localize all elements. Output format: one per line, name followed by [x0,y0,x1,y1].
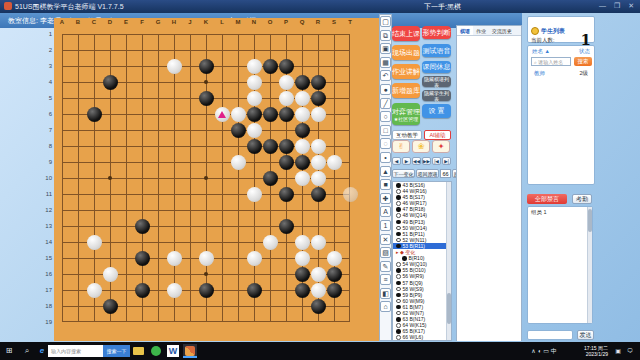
row-label: 17 [40,287,52,293]
explorer-icon[interactable] [133,347,144,355]
row-label: 6 [40,111,52,117]
nav-button-5[interactable]: ▶| [442,157,451,165]
row-label: 18 [40,303,52,309]
star-point [108,176,112,180]
triangle-mark-icon[interactable]: ▲ [380,166,391,177]
app-window: 51US围棋教学平台老师端 V1.7.7.5 下一手:黑棋 — ❒ ✕ 教室信息… [0,0,640,360]
white-stone-Q10[interactable] [295,171,310,186]
half-board-icon[interactable]: ◧ [380,288,391,299]
ghost-stone-T11[interactable] [343,187,358,202]
student-name: 教师 [534,70,545,76]
black-stone-O3[interactable] [263,59,278,74]
white-stone-Q8[interactable] [295,139,310,154]
button-设 置[interactable]: 设 置 [422,104,451,118]
column-status[interactable]: 状态 [579,48,590,55]
student-search-button[interactable]: 搜索 [574,57,592,66]
black-stone-P8[interactable] [279,139,294,154]
row-label: 10 [40,175,52,181]
black-stone-P13[interactable] [279,219,294,234]
circle-tool-icon[interactable]: ○ [380,111,391,122]
white-stone-R14[interactable] [311,235,326,250]
nav-button-0[interactable]: ◀ [392,157,401,165]
tray-board-icon[interactable]: ▣ [612,342,624,360]
student-table: 姓名 ▲ 状态 ⌕ 请输入姓名 搜索 教师 2级 [527,45,595,185]
home-icon[interactable]: ⌂ [380,301,391,312]
white-stone-Q6[interactable] [295,107,310,122]
column-label: N [248,19,260,25]
star-point [204,272,208,276]
nav-button-1[interactable]: ▶ [402,157,411,165]
white-stone-H3[interactable] [167,59,182,74]
black-stone-F15[interactable] [135,251,150,266]
pen-icon[interactable]: ✎ [380,261,391,272]
row-label: 15 [40,255,52,261]
black-stone-R4[interactable] [311,75,326,90]
black-stone-K17[interactable] [199,283,214,298]
move-number-input[interactable]: 66 [440,169,451,178]
white-stone-R16[interactable] [311,267,326,282]
white-stone-R17[interactable] [311,283,326,298]
group-list[interactable]: 组员 1 [527,206,593,324]
black-stone-Q7[interactable] [295,123,310,138]
copy-board-icon[interactable]: ▣ [380,43,391,54]
column-label: K [200,19,212,25]
chat-input[interactable] [527,330,573,340]
mascot-icon [531,27,539,35]
button-现场出题[interactable]: 现场出题 [392,45,420,60]
undo-icon[interactable]: ↶ [380,70,391,81]
column-name[interactable]: 姓名 ▲ [532,48,550,54]
send-button[interactable]: 发送 [577,330,594,340]
next-variation-button[interactable]: 下一变化 [392,169,415,178]
white-stone-C14[interactable] [87,235,102,250]
button-测试语音[interactable]: 测试语音 [422,44,451,57]
save-icon[interactable]: ▦ [380,57,391,68]
column-label: B [72,19,84,25]
go-app-icon[interactable] [183,344,197,358]
black-stone-P3[interactable] [279,59,294,74]
button-对弈管理[interactable]: 对弈管理★社区管理 [392,103,420,125]
record-panel-body [457,36,521,341]
black-stone-Q16[interactable] [295,267,310,282]
black-stone-O10[interactable] [263,171,278,186]
white-stone-N7[interactable] [247,123,262,138]
black-stone-F17[interactable] [135,283,150,298]
group-list-item[interactable]: 组员 1 [528,207,592,218]
delete-mark-icon[interactable]: ✕ [380,234,391,245]
dot-mark-icon[interactable]: • [380,152,391,163]
start-button[interactable]: ⊞ [2,342,16,360]
black-stone-Q4[interactable] [295,75,310,90]
column-label: E [120,19,132,25]
drawing-toolbar: ▢⧉▣▦↶●╱○□◌•▲■✚A1✕▨✎≡◧⌂ [379,14,392,341]
black-stone-P11[interactable] [279,187,294,202]
notification-icon[interactable]: 🗨 [624,342,636,360]
column-label: H [168,19,180,25]
column-label: D [104,19,116,25]
white-stone-N3[interactable] [247,59,262,74]
white-stone-N4[interactable] [247,75,262,90]
move-list-item[interactable]: 66 W(L6) [393,334,451,340]
title-bar: 51US围棋教学平台老师端 V1.7.7.5 [0,0,640,13]
white-stone-N15[interactable] [247,251,262,266]
black-stone-S16[interactable] [327,267,342,282]
row-label: 11 [40,191,52,197]
next-move-indicator: 下一手:黑棋 [424,0,461,13]
reward-icon[interactable]: ✦ [432,140,450,153]
nav-button-4[interactable]: |◀ [432,157,441,165]
black-stone-N6[interactable] [247,107,262,122]
button-隐藏学生列表[interactable]: 隐藏学生列表 [422,90,451,101]
column-label: O [264,19,276,25]
black-stone-P6[interactable] [279,107,294,122]
black-stone-Q17[interactable] [295,283,310,298]
row-label: 7 [40,127,52,133]
return-original-button[interactable]: 退回原谱 [416,169,439,178]
edge-icon[interactable]: e [36,342,48,360]
row-label: 8 [40,143,52,149]
column-label: F [136,19,148,25]
window-title: 51US围棋教学平台老师端 V1.7.7.5 [15,3,124,10]
row-label: 13 [40,223,52,229]
number-mark-icon[interactable]: 1 [380,220,391,231]
white-stone-M9[interactable] [231,155,246,170]
button-新增题库[interactable]: 新增题库 [392,83,420,98]
student-search-input[interactable]: ⌕ 请输入姓名 [531,57,571,66]
black-stone-N17[interactable] [247,283,262,298]
black-stone-N8[interactable] [247,139,262,154]
row-label: 4 [40,79,52,85]
button-作业讲解[interactable]: 作业讲解 [392,64,420,79]
white-stone-R9[interactable] [311,155,326,170]
black-stone-S17[interactable] [327,283,342,298]
white-stone-K15[interactable] [199,251,214,266]
open-file-icon[interactable]: ⧉ [380,30,391,41]
wps-icon[interactable]: W [167,345,179,357]
student-count-label: 当前人数: [531,37,555,43]
taskbar-search-button[interactable]: 搜索一下 [103,345,130,357]
tab-interactive-teaching[interactable]: 互动教学 [392,130,422,140]
row-label: 2 [40,47,52,53]
mute-all-button[interactable]: 全部禁言 [527,194,567,204]
black-stone-R18[interactable] [311,299,326,314]
black-stone-K5[interactable] [199,91,214,106]
column-label: J [184,19,196,25]
white-stone-P4[interactable] [279,75,294,90]
clap-icon[interactable]: ✌ [392,140,410,153]
row-label: 16 [40,271,52,277]
tab-ai-assist[interactable]: AI辅助 [424,130,451,140]
nav-button-3[interactable]: ▶▶ [422,157,431,165]
line-tool-icon[interactable]: ╱ [380,98,391,109]
column-label: M [232,19,244,25]
white-stone-O14[interactable] [263,235,278,250]
black-stone-K3[interactable] [199,59,214,74]
column-label: P [280,19,292,25]
column-label: R [312,19,324,25]
column-label: A [56,19,68,25]
white-stone-R8[interactable] [311,139,326,154]
black-stone-Q9[interactable] [295,155,310,170]
record-tab-作业[interactable]: 作业 [473,26,489,35]
stone-tool-icon[interactable]: ● [380,84,391,95]
button-形势判断[interactable]: 形势判断 [422,26,451,39]
white-stone-D16[interactable] [103,267,118,282]
letter-mark-icon[interactable]: A [380,206,391,217]
attendance-button[interactable]: 考勤 [572,194,592,204]
taskbar-search-input[interactable]: 输入内容搜索 [48,345,103,357]
black-stone-O8[interactable] [263,139,278,154]
white-stone-N11[interactable] [247,187,262,202]
black-stone-C6[interactable] [87,107,102,122]
black-stone-P9[interactable] [279,155,294,170]
app-logo-icon [4,2,12,10]
row-label: 3 [40,63,52,69]
white-stone-R10[interactable] [311,171,326,186]
black-stone-F13[interactable] [135,219,150,234]
column-label: C [88,19,100,25]
student-status: 2级 [579,70,588,77]
window-controls[interactable]: — ❒ ✕ [599,2,637,10]
record-tab-棋谱[interactable]: 棋谱 [457,26,473,35]
white-stone-Q15[interactable] [295,251,310,266]
taskbar: ⊞ ⌕ e 输入内容搜索 搜索一下 W ∧◖▭中 17:15 周二2023/1/… [0,342,640,360]
row-label: 14 [40,239,52,245]
white-stone-S15[interactable] [327,251,342,266]
thumbs-up-icon[interactable]: ❀ [412,140,430,153]
move-list-scrollbar[interactable] [446,182,451,340]
square-tool-icon[interactable]: □ [380,125,391,136]
button-结束上课[interactable]: 结束上课 [392,26,420,41]
nav-button-2[interactable]: ◀◀ [412,157,421,165]
black-stone-R5[interactable] [311,91,326,106]
cross-mark-icon[interactable]: ✚ [380,193,391,204]
white-stone-M6[interactable] [231,107,246,122]
column-label: T [344,19,356,25]
column-label: Q [296,19,308,25]
white-stone-Q5[interactable] [295,91,310,106]
student-row[interactable]: 教师 2级 [528,67,594,80]
last-move-marker [218,111,226,118]
column-label: L [216,19,228,25]
white-stone-S9[interactable] [327,155,342,170]
new-board-icon[interactable]: ▢ [380,16,391,27]
menu-icon[interactable]: ≡ [380,274,391,285]
star-point [204,176,208,180]
student-list-title: 学生列表 [541,28,565,34]
white-stone-H15[interactable] [167,251,182,266]
eraser-icon[interactable]: ▨ [380,247,391,258]
row-label: 1 [40,31,52,37]
taskbar-clock[interactable]: 17:15 周二2023/1/29 [572,345,608,357]
square-mark-icon[interactable]: ■ [380,179,391,190]
white-stone-C17[interactable] [87,283,102,298]
white-stone-Q14[interactable] [295,235,310,250]
row-label: 9 [40,159,52,165]
white-stone-P5[interactable] [279,91,294,106]
ellipse-tool-icon[interactable]: ◌ [380,138,391,149]
student-panel-header: 学生列表 当前人数: 1 [527,16,595,43]
column-label: G [152,19,164,25]
row-label: 12 [40,207,52,213]
record-panel: 棋谱作业交流历史 [456,25,522,341]
row-label: 19 [40,319,52,325]
white-stone-N5[interactable] [247,91,262,106]
black-stone-M7[interactable] [231,123,246,138]
column-label: S [328,19,340,25]
taskbar-search-icon[interactable]: ⌕ [20,342,34,360]
black-stone-D4[interactable] [103,75,118,90]
tray-icons[interactable]: ∧◖▭中 [520,342,570,360]
button-课间休息[interactable]: 课间休息 [422,61,451,73]
group-list-scrollbar[interactable] [587,207,592,323]
row-label: 5 [40,95,52,101]
black-stone-R11[interactable] [311,187,326,202]
black-stone-O6[interactable] [263,107,278,122]
button-隐藏棋谱列表[interactable]: 隐藏棋谱列表 [422,76,451,87]
app-green-icon[interactable] [151,346,161,356]
move-list[interactable]: 43 B(S16)44 W(R16)45 B(S17)46 W(R17)47 B… [392,181,452,341]
star-point [204,80,208,84]
record-tab-交流历史[interactable]: 交流历史 [489,26,515,35]
white-stone-R6[interactable] [311,107,326,122]
white-stone-H17[interactable] [167,283,182,298]
black-stone-D18[interactable] [103,299,118,314]
